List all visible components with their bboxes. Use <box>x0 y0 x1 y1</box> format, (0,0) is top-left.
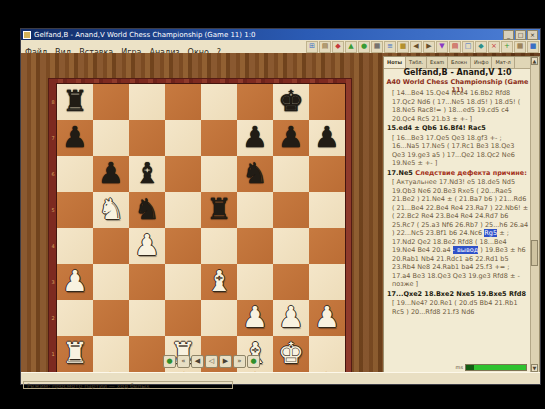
square-h8[interactable] <box>309 84 345 120</box>
app-window: Gelfand,B - Anand,V World Chess Champion… <box>20 28 541 385</box>
toolbar-icon-12[interactable]: ▤ <box>449 41 461 53</box>
notation-paragraph-7: [ 19...Ne4? 20.Re1 ( 20.d5 Bb4 21.Rb1 Rc… <box>387 299 529 316</box>
players-result: Gelfand,B - Anand,V 1:0 <box>384 68 531 78</box>
square-e4[interactable] <box>201 228 237 264</box>
white-piece-P-a3: ♟ <box>57 264 93 299</box>
rank-label-1: 1 <box>49 336 57 372</box>
square-c2[interactable] <box>129 300 165 336</box>
board-frame: ♜♚♟♟♟♟♟♝♞♞♞♜♟♟♝♟♟♟♜♜♝♚ abcdefgh 87654321 <box>48 78 352 377</box>
white-piece-R-a1: ♜ <box>57 336 93 371</box>
scroll-thumb[interactable] <box>531 240 538 266</box>
black-piece-N-f6: ♞ <box>237 156 273 191</box>
square-a5[interactable] <box>57 192 93 228</box>
square-d2[interactable] <box>165 300 201 336</box>
toolbar-icon-strip: ⊞▤◆▲●▦≡■◀▶▼▤□◆×+▦■ <box>306 41 539 53</box>
toolbar-icon-17[interactable]: ▦ <box>514 41 526 53</box>
mainline-moves[interactable]: 17...Qxe2 18.Bxe2 Nxe5 19.Bxe5 Rfd8 <box>387 290 526 298</box>
square-g3[interactable] <box>273 264 309 300</box>
square-d6[interactable] <box>165 156 201 192</box>
square-d7[interactable] <box>165 120 201 156</box>
square-a4[interactable] <box>57 228 93 264</box>
square-a1[interactable]: ♜ <box>57 336 93 372</box>
toolbar-icon-2[interactable]: ▤ <box>319 41 331 53</box>
square-b8[interactable] <box>93 84 129 120</box>
square-g5[interactable] <box>273 192 309 228</box>
square-c1[interactable] <box>129 336 165 372</box>
square-h4[interactable] <box>309 228 345 264</box>
rank-label-8: 8 <box>49 84 57 120</box>
square-h5[interactable] <box>309 192 345 228</box>
mainline-moves[interactable]: 15.ed4 ± Qb6 16.Bf4! Rac5 <box>387 124 486 132</box>
black-piece-R-a8: ♜ <box>57 84 93 119</box>
analysis-progress-row: ms <box>387 363 529 371</box>
white-piece-B-e3: ♝ <box>201 264 237 299</box>
white-piece-K-g1: ♚ <box>273 336 309 371</box>
first-move-button[interactable]: « <box>177 355 190 368</box>
black-piece-P-b6: ♟ <box>93 156 129 191</box>
square-c7[interactable] <box>129 120 165 156</box>
toolbar-icon-6[interactable]: ▦ <box>371 41 383 53</box>
square-e2[interactable] <box>201 300 237 336</box>
square-b1[interactable] <box>93 336 129 372</box>
mainline-moves[interactable]: 17.Ne5 <box>387 169 415 177</box>
window-title: Gelfand,B - Anand,V World Chess Champion… <box>34 30 503 40</box>
variation-moves[interactable]: [ 16...Be3 17.Qe5 Qe3 18.gf3 +- ; 16...N… <box>392 134 515 168</box>
square-f8[interactable] <box>237 84 273 120</box>
tab-6[interactable]: Мат-л <box>492 57 514 68</box>
square-f2[interactable]: ♟ <box>237 300 273 336</box>
takeback-button[interactable]: ◁ <box>205 355 218 368</box>
toolbar-icon-8[interactable]: ■ <box>397 41 409 53</box>
square-e5[interactable]: ♜ <box>201 192 237 228</box>
square-d5[interactable] <box>165 192 201 228</box>
notation-panel: НотыТабл.ExamБлокнИнфоМат-л Gelfand,B - … <box>383 56 540 373</box>
square-g7[interactable]: ♟ <box>273 120 309 156</box>
autoplay-button[interactable]: ● <box>163 355 176 368</box>
square-b4[interactable] <box>93 228 129 264</box>
square-b2[interactable] <box>93 300 129 336</box>
white-piece-P-f2: ♟ <box>237 300 273 335</box>
rank-label-3: 3 <box>49 264 57 300</box>
square-c3[interactable] <box>129 264 165 300</box>
back-button[interactable]: ◀ <box>191 355 204 368</box>
scroll-up-icon[interactable]: ▲ <box>531 57 538 65</box>
engine-button[interactable]: ● <box>247 355 260 368</box>
menu-bar: ФайлВидВставкаИграАнализОкно? ⊞▤◆▲●▦≡■◀▶… <box>21 40 540 54</box>
toolbar-icon-7[interactable]: ≡ <box>384 41 396 53</box>
square-e7[interactable] <box>201 120 237 156</box>
last-move-button[interactable]: » <box>233 355 246 368</box>
rank-label-6: 6 <box>49 156 57 192</box>
square-a6[interactable] <box>57 156 93 192</box>
square-c4[interactable]: ♟ <box>129 228 165 264</box>
square-g6[interactable] <box>273 156 309 192</box>
rank-label-4: 4 <box>49 228 57 264</box>
black-piece-P-h7: ♟ <box>309 120 345 155</box>
notation-paragraph-6: 17...Qxe2 18.Bxe2 Nxe5 19.Bxe5 Rfd8 <box>387 290 529 299</box>
black-piece-B-c6: ♝ <box>129 156 165 191</box>
close-button[interactable]: × <box>527 30 538 40</box>
white-piece-P-c4: ♟ <box>129 228 165 263</box>
tab-1[interactable]: Ноты <box>384 57 406 68</box>
square-g1[interactable]: ♚ <box>273 336 309 372</box>
square-c8[interactable] <box>129 84 165 120</box>
window-buttons: _□× <box>503 30 538 40</box>
black-piece-P-g7: ♟ <box>273 120 309 155</box>
black-piece-K-g8: ♚ <box>273 84 309 119</box>
square-d4[interactable] <box>165 228 201 264</box>
square-a8[interactable]: ♜ <box>57 84 93 120</box>
black-piece-P-a7: ♟ <box>57 120 93 155</box>
notation-paragraph-1: [ 14...Be4 15.Qe4 Nce4 16.Bb2 Rfd8 17.Qc… <box>387 89 529 123</box>
square-h1[interactable] <box>309 336 345 372</box>
square-h7[interactable]: ♟ <box>309 120 345 156</box>
variation-moves[interactable]: [ 14...Be4 15.Qe4 Nce4 16.Bb2 Rfd8 17.Qc… <box>392 89 520 123</box>
black-piece-P-f7: ♟ <box>237 120 273 155</box>
notation-paragraph-5: [ Актуальнее 17.Nd3! e5 18.de5 Nd5 19.Qb… <box>387 178 529 289</box>
square-d3[interactable] <box>165 264 201 300</box>
notation-body[interactable]: [ 14...Be4 15.Qe4 Nce4 16.Bb2 Rfd8 17.Qc… <box>387 89 529 362</box>
rank-label-7: 7 <box>49 120 57 156</box>
tab-2[interactable]: Табл. <box>406 57 427 68</box>
toolbar-icon-11[interactable]: ▼ <box>436 41 448 53</box>
chess-board: ♜♚♟♟♟♟♟♝♞♞♞♜♟♟♝♟♟♟♜♜♝♚ <box>57 84 345 372</box>
tab-5[interactable]: Инфо <box>471 57 492 68</box>
toolbar-icon-14[interactable]: ◆ <box>475 41 487 53</box>
toolbar-icon-13[interactable]: □ <box>462 41 474 53</box>
toolbar-icon-3[interactable]: ◆ <box>332 41 344 53</box>
square-g2[interactable]: ♟ <box>273 300 309 336</box>
toolbar-icon-15[interactable]: × <box>488 41 500 53</box>
notation-paragraph-3: [ 16...Be3 17.Qe5 Qe3 18.gf3 +- ; 16...N… <box>387 134 529 168</box>
white-piece-N-b5: ♞ <box>93 192 129 227</box>
square-h6[interactable] <box>309 156 345 192</box>
notation-paragraph-2: 15.ed4 ± Qb6 16.Bf4! Rac5 <box>387 124 529 133</box>
square-g4[interactable] <box>273 228 309 264</box>
square-f6[interactable]: ♞ <box>237 156 273 192</box>
toolbar-icon-4[interactable]: ▲ <box>345 41 357 53</box>
square-f4[interactable] <box>237 228 273 264</box>
toolbar-icon-18[interactable]: ■ <box>527 41 539 53</box>
menu-items: ФайлВидВставкаИграАнализОкно? <box>21 40 225 54</box>
black-piece-R-e5: ♜ <box>201 192 237 227</box>
move-navigation-toolbar: ●«◀◁▶»● <box>163 355 260 368</box>
status-bar: Режим: просмотр партии — ход белых <box>21 372 540 384</box>
toolbar-icon-1[interactable]: ⊞ <box>306 41 318 53</box>
white-piece-P-g2: ♟ <box>273 300 309 335</box>
square-h2[interactable]: ♟ <box>309 300 345 336</box>
toolbar-icon-5[interactable]: ● <box>358 41 370 53</box>
square-b3[interactable] <box>93 264 129 300</box>
white-piece-P-h2: ♟ <box>309 300 345 335</box>
scroll-down-icon[interactable]: ▼ <box>531 364 538 372</box>
square-e8[interactable] <box>201 84 237 120</box>
notation-paragraph-4: 17.Ne5 Следствие дефекта причине: <box>387 169 529 178</box>
square-c6[interactable]: ♝ <box>129 156 165 192</box>
app-icon <box>23 31 31 39</box>
progress-bar <box>465 364 527 371</box>
rank-label-2: 2 <box>49 300 57 336</box>
variation-moves[interactable]: [ 19...Ne4? 20.Re1 ( 20.d5 Bb4 21.Rb1 Rc… <box>392 299 518 316</box>
toolbar-icon-16[interactable]: + <box>501 41 513 53</box>
square-f3[interactable] <box>237 264 273 300</box>
square-e3[interactable]: ♝ <box>201 264 237 300</box>
tab-4[interactable]: Блокн <box>448 57 471 68</box>
maximize-button[interactable]: □ <box>515 30 526 40</box>
annotation-comment[interactable]: Следствие дефекта причине: <box>415 169 527 177</box>
square-b6[interactable]: ♟ <box>93 156 129 192</box>
square-f7[interactable]: ♟ <box>237 120 273 156</box>
square-g8[interactable]: ♚ <box>273 84 309 120</box>
highlighted-move[interactable]: Rg5 <box>484 229 497 237</box>
black-piece-N-c5: ♞ <box>129 192 165 227</box>
square-b7[interactable] <box>93 120 129 156</box>
square-f5[interactable] <box>237 192 273 228</box>
title-bar[interactable]: Gelfand,B - Anand,V World Chess Champion… <box>21 29 540 40</box>
tab-3[interactable]: Exam <box>427 57 448 68</box>
square-a7[interactable]: ♟ <box>57 120 93 156</box>
minimize-button[interactable]: _ <box>503 30 514 40</box>
rank-labels: 87654321 <box>49 84 57 372</box>
highlighted-move[interactable]: - вывод <box>453 246 479 254</box>
status-text: Режим: просмотр партии — ход белых <box>23 381 233 389</box>
toolbar-icon-9[interactable]: ◀ <box>410 41 422 53</box>
toolbar-icon-10[interactable]: ▶ <box>423 41 435 53</box>
square-e6[interactable] <box>201 156 237 192</box>
square-d8[interactable] <box>165 84 201 120</box>
screenshot-page: Gelfand,B - Anand,V World Chess Champion… <box>0 0 545 409</box>
rank-label-5: 5 <box>49 192 57 228</box>
square-b5[interactable]: ♞ <box>93 192 129 228</box>
square-c5[interactable]: ♞ <box>129 192 165 228</box>
progress-label: ms <box>456 364 463 370</box>
square-h3[interactable] <box>309 264 345 300</box>
panel-scrollbar[interactable]: ▲ ▼ <box>530 57 539 372</box>
forward-button[interactable]: ▶ <box>219 355 232 368</box>
square-a2[interactable] <box>57 300 93 336</box>
square-a3[interactable]: ♟ <box>57 264 93 300</box>
